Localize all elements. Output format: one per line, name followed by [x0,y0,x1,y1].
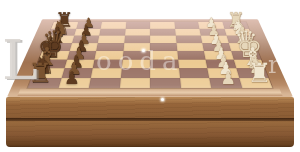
white-pawn: ♟ [221,69,236,86]
black-rook: ♜ [28,60,52,87]
square [177,51,206,59]
square [150,59,179,68]
square [179,68,210,78]
square [150,78,181,88]
square [121,59,150,68]
square [176,43,204,51]
square [94,51,123,59]
square [91,68,122,78]
square [96,43,124,51]
square [150,43,177,51]
chess-set-photo: ♜♞♝♛♚♝♞♜♟♟♟♟♟♟♟♟♟♟♟♟♟♟♟♟♜♞♝♛♚♝♞♜ Loodaru [0,0,300,152]
square [150,36,176,43]
square [150,22,175,29]
square [175,36,202,43]
square [89,78,121,88]
black-pawn: ♟ [64,69,79,86]
square [174,22,199,29]
box-lid-band [6,97,294,118]
square [122,51,150,59]
box-front-face [6,97,294,147]
gloss-glint [161,98,164,101]
square [178,59,208,68]
square [93,59,123,68]
dust-speck [142,49,145,52]
square [180,78,212,88]
square [120,68,150,78]
white-rook: ♜ [248,60,272,87]
square [99,28,125,35]
square [101,22,126,29]
square [98,36,125,43]
square [150,68,180,78]
square [125,28,150,35]
square [124,36,150,43]
square [150,28,175,35]
box-lower-band [6,121,294,147]
square [175,28,201,35]
front-edge-gloss [17,89,282,96]
square [125,22,150,29]
square [123,43,150,51]
square [150,51,178,59]
square [119,78,150,88]
